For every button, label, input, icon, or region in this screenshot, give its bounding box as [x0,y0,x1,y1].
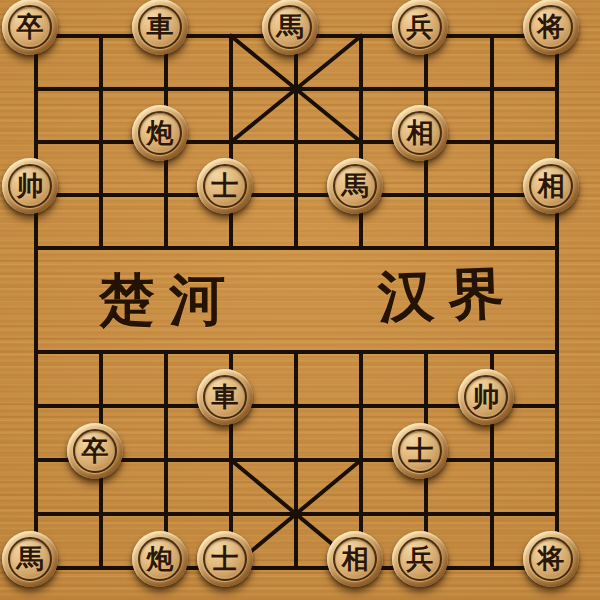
piece-glyph: 相 [407,119,434,146]
xiangqi-board: 楚河 汉界 卒車馬兵将炮相帅士馬相車帅卒士馬炮士相兵将 [0,0,600,600]
piece-advisor[interactable]: 士 [392,423,448,479]
piece-glyph: 士 [212,545,239,572]
piece-horse[interactable]: 馬 [327,158,383,214]
piece-glyph: 兵 [407,13,434,40]
piece-glyph: 将 [538,13,565,40]
piece-general[interactable]: 帅 [458,369,514,425]
piece-glyph: 馬 [17,545,44,572]
piece-advisor[interactable]: 士 [197,158,253,214]
piece-glyph: 車 [212,383,239,410]
piece-pawn[interactable]: 兵 [392,531,448,587]
piece-chariot[interactable]: 車 [197,369,253,425]
piece-glyph: 士 [407,437,434,464]
piece-pawn[interactable]: 卒 [67,423,123,479]
piece-chariot[interactable]: 車 [132,0,188,55]
piece-glyph: 卒 [82,437,109,464]
piece-horse[interactable]: 馬 [262,0,318,55]
piece-cannon[interactable]: 炮 [132,105,188,161]
river-label-hanjie: 汉界 [377,264,519,325]
piece-general[interactable]: 帅 [2,158,58,214]
river-label-chuhe: 楚河 [99,271,239,327]
piece-glyph: 車 [147,13,174,40]
piece-glyph: 帅 [17,172,44,199]
piece-glyph: 卒 [17,13,44,40]
piece-glyph: 相 [342,545,369,572]
piece-glyph: 将 [538,545,565,572]
piece-glyph: 馬 [342,172,369,199]
piece-pawn[interactable]: 卒 [2,0,58,55]
piece-glyph: 炮 [147,119,174,146]
xiangqi-app: 楚河 汉界 卒車馬兵将炮相帅士馬相車帅卒士馬炮士相兵将 [0,0,600,600]
piece-glyph: 兵 [407,545,434,572]
piece-elephant[interactable]: 相 [523,158,579,214]
piece-elephant[interactable]: 相 [327,531,383,587]
piece-glyph: 馬 [277,13,304,40]
piece-general[interactable]: 将 [523,0,579,55]
piece-advisor[interactable]: 士 [197,531,253,587]
piece-horse[interactable]: 馬 [2,531,58,587]
piece-glyph: 炮 [147,545,174,572]
piece-glyph: 士 [212,172,239,199]
piece-cannon[interactable]: 炮 [132,531,188,587]
piece-pawn[interactable]: 兵 [392,0,448,55]
piece-general[interactable]: 将 [523,531,579,587]
piece-glyph: 帅 [473,383,500,410]
piece-elephant[interactable]: 相 [392,105,448,161]
piece-glyph: 相 [538,172,565,199]
